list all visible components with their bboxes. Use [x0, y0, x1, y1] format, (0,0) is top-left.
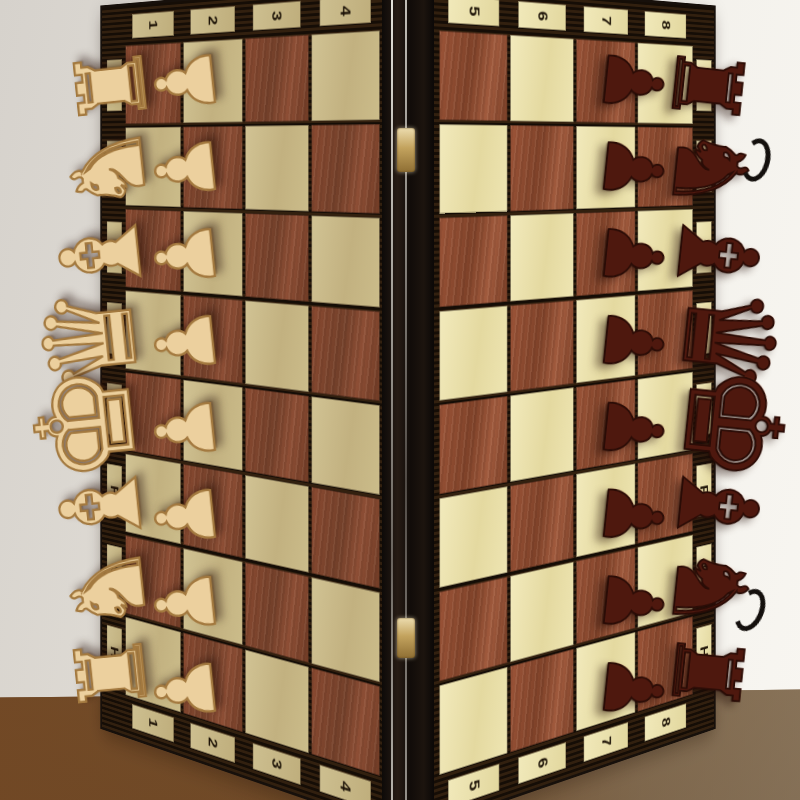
square-c3[interactable]	[245, 213, 308, 302]
square-a2[interactable]: ♟	[183, 39, 242, 123]
piece-white-pawn-a2[interactable]: ♟	[142, 42, 228, 121]
square-c5[interactable]	[439, 215, 507, 307]
piece-black-pawn-b7[interactable]: ♟	[591, 129, 677, 208]
square-e6[interactable]	[510, 387, 573, 482]
square-e2[interactable]: ♟	[183, 380, 242, 471]
square-h2[interactable]: ♟	[183, 633, 242, 733]
rank-label-plate: 7	[584, 6, 629, 35]
square-h5[interactable]	[439, 667, 507, 775]
rank-label-4: 4	[312, 0, 380, 31]
board-hinge-spine	[382, 0, 434, 800]
rank-label-7: 7	[576, 2, 635, 39]
square-b5[interactable]	[439, 124, 507, 214]
board-left-half: 12341234ABCDEFGH♜♟♞♟♝♟♛♟♚♟♝♟♞♟♜♟	[102, 0, 386, 800]
brass-hinge-bottom	[397, 618, 415, 658]
rank-label-5: 5	[439, 0, 507, 31]
piece-black-pawn-d7[interactable]: ♟	[591, 303, 677, 382]
rank-label-plate: 2	[190, 6, 235, 35]
square-e7[interactable]: ♟	[576, 379, 635, 470]
rank-label-plate: 1	[132, 11, 174, 39]
strip-corner	[106, 11, 124, 43]
square-a3[interactable]	[245, 35, 308, 122]
strip-corner	[695, 12, 713, 44]
square-f5[interactable]	[439, 486, 507, 588]
square-b4[interactable]	[312, 124, 380, 214]
square-c7[interactable]: ♟	[576, 211, 635, 296]
square-f6[interactable]	[510, 474, 573, 572]
square-c4[interactable]	[312, 215, 380, 307]
piece-white-pawn-f2[interactable]: ♟	[142, 477, 228, 556]
rank-label-plate: 6	[518, 1, 566, 31]
spine-highlight-line	[391, 0, 393, 800]
square-h3[interactable]	[245, 650, 308, 754]
piece-black-pawn-e7[interactable]: ♟	[591, 389, 677, 468]
rank-label-1: 1	[126, 7, 181, 43]
square-g7[interactable]: ♟	[576, 548, 635, 645]
piece-white-pawn-b2[interactable]: ♟	[142, 129, 228, 208]
square-e4[interactable]	[312, 396, 380, 495]
square-d7[interactable]: ♟	[576, 295, 635, 383]
rank-label-6: 6	[510, 0, 573, 35]
square-d3[interactable]	[245, 300, 308, 392]
piece-black-pawn-f7[interactable]: ♟	[591, 476, 677, 554]
rank-label-3: 3	[245, 0, 308, 35]
rank-label-plate: 4	[320, 0, 372, 26]
square-h4[interactable]	[312, 668, 380, 776]
piece-black-pawn-g7[interactable]: ♟	[591, 563, 677, 641]
square-e5[interactable]	[439, 396, 507, 494]
rank-label-plate: 4	[320, 765, 372, 800]
square-g5[interactable]	[439, 577, 507, 682]
square-d2[interactable]: ♟	[183, 295, 242, 383]
square-b3[interactable]	[245, 125, 308, 211]
piece-black-pawn-c7[interactable]: ♟	[591, 216, 677, 295]
square-a4[interactable]	[312, 30, 380, 121]
square-c2[interactable]: ♟	[183, 211, 242, 296]
square-f4[interactable]	[312, 487, 380, 589]
rank-label-plate: 5	[448, 0, 499, 27]
square-g3[interactable]	[245, 562, 308, 663]
square-h7[interactable]: ♟	[576, 632, 635, 731]
square-f3[interactable]	[245, 475, 308, 573]
square-d5[interactable]	[439, 306, 507, 401]
piece-white-pawn-g2[interactable]: ♟	[142, 564, 228, 642]
square-d6[interactable]	[510, 300, 573, 392]
piece-white-pawn-h2[interactable]: ♟	[142, 651, 228, 729]
square-a6[interactable]	[510, 35, 573, 122]
square-c6[interactable]	[510, 213, 573, 302]
square-b6[interactable]	[510, 125, 573, 211]
square-a7[interactable]: ♟	[576, 39, 635, 123]
square-e3[interactable]	[245, 388, 308, 483]
rank-label-plate: 2	[190, 723, 235, 763]
square-a5[interactable]	[439, 31, 507, 122]
rank-label-plate: 3	[253, 743, 301, 785]
square-g4[interactable]	[312, 577, 380, 682]
square-d4[interactable]	[312, 306, 380, 401]
rank-label-8: 8	[638, 7, 693, 43]
rank-label-plate: 3	[253, 1, 301, 31]
rank-label-plate: 6	[518, 742, 566, 784]
piece-black-pawn-a7[interactable]: ♟	[591, 42, 677, 121]
piece-black-pawn-h7[interactable]: ♟	[591, 650, 677, 728]
board-right-half: 56785678ABCDEFGH♟♜♟♞♟♝♟♛♟♚♟♝♟♞♟♜	[430, 0, 714, 800]
square-f7[interactable]: ♟	[576, 464, 635, 558]
piece-white-pawn-e2[interactable]: ♟	[142, 390, 228, 469]
square-f2[interactable]: ♟	[183, 464, 242, 558]
rank-label-plate: 8	[645, 11, 687, 39]
piece-white-pawn-c2[interactable]: ♟	[142, 216, 228, 295]
square-g6[interactable]	[510, 562, 573, 663]
square-h6[interactable]	[510, 649, 573, 753]
square-b7[interactable]: ♟	[576, 126, 635, 209]
rank-label-plate: 7	[584, 722, 629, 762]
square-b2[interactable]: ♟	[183, 126, 242, 209]
rank-label-2: 2	[183, 2, 242, 39]
spine-highlight-line	[405, 0, 407, 800]
square-g2[interactable]: ♟	[183, 548, 242, 645]
piece-white-pawn-d2[interactable]: ♟	[142, 303, 228, 382]
brass-hinge-top	[397, 128, 415, 172]
